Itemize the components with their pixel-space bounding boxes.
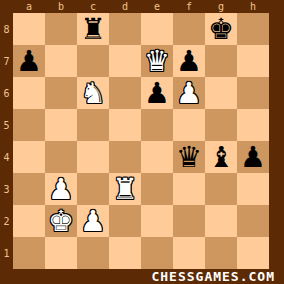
file-label-d: d — [109, 0, 141, 13]
square-c7 — [77, 45, 109, 77]
white-pawn-b3: ♟ — [48, 173, 74, 205]
white-pawn-f6: ♟ — [176, 77, 202, 109]
white-queen-e7: ♛ — [144, 45, 170, 77]
square-b6 — [45, 77, 77, 109]
square-e3 — [141, 173, 173, 205]
file-label-b: b — [45, 0, 77, 13]
rank-labels: 87654321 — [0, 13, 13, 269]
white-rook-d3: ♜ — [112, 173, 138, 205]
square-c2: ♟ — [77, 205, 109, 237]
square-h5 — [237, 109, 269, 141]
black-pawn-a7: ♟ — [16, 45, 42, 77]
square-e6: ♟ — [141, 77, 173, 109]
square-d3: ♜ — [109, 173, 141, 205]
square-g6 — [205, 77, 237, 109]
square-g5 — [205, 109, 237, 141]
square-b8 — [45, 13, 77, 45]
square-g2 — [205, 205, 237, 237]
rank-label-7: 7 — [0, 45, 13, 77]
black-bishop-g4: ♝ — [208, 141, 234, 173]
file-label-a: a — [13, 0, 45, 13]
square-b2: ♚ — [45, 205, 77, 237]
square-g1 — [205, 237, 237, 269]
square-d6 — [109, 77, 141, 109]
square-h4: ♟ — [237, 141, 269, 173]
rank-label-5: 5 — [0, 109, 13, 141]
black-rook-c8: ♜ — [80, 13, 106, 45]
square-f3 — [173, 173, 205, 205]
square-h3 — [237, 173, 269, 205]
square-f7: ♟ — [173, 45, 205, 77]
square-f1 — [173, 237, 205, 269]
rank-label-6: 6 — [0, 77, 13, 109]
square-c1 — [77, 237, 109, 269]
watermark-text: CHESSGAMES.COM — [151, 269, 275, 284]
square-b4 — [45, 141, 77, 173]
rank-label-4: 4 — [0, 141, 13, 173]
white-pawn-c2: ♟ — [80, 205, 106, 237]
square-a4 — [13, 141, 45, 173]
square-e4 — [141, 141, 173, 173]
square-c3 — [77, 173, 109, 205]
board: ♜♚♟♛♟♞♟♟♛♝♟♟♜♚♟ — [13, 13, 269, 269]
black-pawn-e6: ♟ — [144, 77, 170, 109]
black-king-g8: ♚ — [208, 13, 234, 45]
square-g4: ♝ — [205, 141, 237, 173]
file-label-h: h — [237, 0, 269, 13]
square-f4: ♛ — [173, 141, 205, 173]
square-h2 — [237, 205, 269, 237]
square-a7: ♟ — [13, 45, 45, 77]
square-g3 — [205, 173, 237, 205]
square-d8 — [109, 13, 141, 45]
square-e5 — [141, 109, 173, 141]
square-h1 — [237, 237, 269, 269]
square-d5 — [109, 109, 141, 141]
square-c8: ♜ — [77, 13, 109, 45]
white-king-b2: ♚ — [48, 205, 74, 237]
square-e7: ♛ — [141, 45, 173, 77]
square-h8 — [237, 13, 269, 45]
square-d1 — [109, 237, 141, 269]
black-queen-f4: ♛ — [176, 141, 202, 173]
square-b7 — [45, 45, 77, 77]
square-b5 — [45, 109, 77, 141]
square-a6 — [13, 77, 45, 109]
chess-diagram: abcdefgh 87654321 ♜♚♟♛♟♞♟♟♛♝♟♟♜♚♟ CHESSG… — [0, 0, 284, 284]
square-f5 — [173, 109, 205, 141]
square-f6: ♟ — [173, 77, 205, 109]
square-d7 — [109, 45, 141, 77]
square-d4 — [109, 141, 141, 173]
square-a2 — [13, 205, 45, 237]
square-g7 — [205, 45, 237, 77]
square-a1 — [13, 237, 45, 269]
black-pawn-f7: ♟ — [176, 45, 202, 77]
square-b1 — [45, 237, 77, 269]
square-c5 — [77, 109, 109, 141]
rank-label-8: 8 — [0, 13, 13, 45]
file-label-f: f — [173, 0, 205, 13]
square-b3: ♟ — [45, 173, 77, 205]
square-h7 — [237, 45, 269, 77]
square-e2 — [141, 205, 173, 237]
square-e1 — [141, 237, 173, 269]
rank-label-2: 2 — [0, 205, 13, 237]
square-f8 — [173, 13, 205, 45]
white-knight-c6: ♞ — [80, 77, 106, 109]
rank-label-3: 3 — [0, 173, 13, 205]
square-f2 — [173, 205, 205, 237]
square-c6: ♞ — [77, 77, 109, 109]
square-h6 — [237, 77, 269, 109]
square-a3 — [13, 173, 45, 205]
file-label-e: e — [141, 0, 173, 13]
square-a8 — [13, 13, 45, 45]
square-d2 — [109, 205, 141, 237]
square-g8: ♚ — [205, 13, 237, 45]
black-pawn-h4: ♟ — [240, 141, 266, 173]
rank-label-1: 1 — [0, 237, 13, 269]
square-c4 — [77, 141, 109, 173]
square-e8 — [141, 13, 173, 45]
square-a5 — [13, 109, 45, 141]
